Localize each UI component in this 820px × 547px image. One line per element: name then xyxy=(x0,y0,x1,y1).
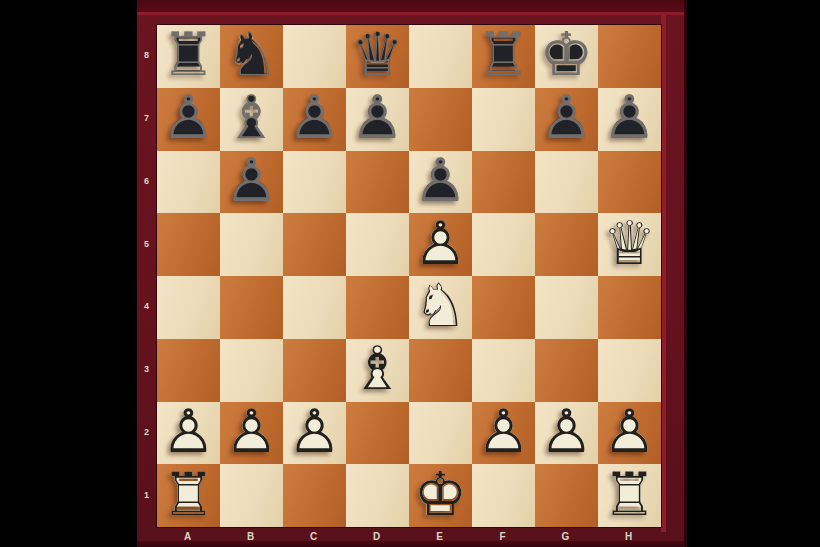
rank-label-3: 3 xyxy=(137,338,156,401)
square-d2[interactable] xyxy=(346,402,409,465)
white-king-outline: ♔ xyxy=(409,462,472,525)
square-e5[interactable]: ♟♙ xyxy=(409,213,472,276)
square-g6[interactable] xyxy=(535,151,598,214)
square-d5[interactable] xyxy=(346,213,409,276)
square-a8[interactable]: ♜♖ xyxy=(157,25,220,88)
white-pawn-b2[interactable]: ♟♙ xyxy=(220,402,283,465)
white-pawn-a2[interactable]: ♟♙ xyxy=(157,402,220,465)
black-king-g8[interactable]: ♚♔ xyxy=(535,25,598,88)
square-e3[interactable] xyxy=(409,339,472,402)
rank-label-2: 2 xyxy=(137,401,156,464)
black-pawn-a7[interactable]: ♟♙ xyxy=(157,88,220,151)
square-c4[interactable] xyxy=(283,276,346,339)
black-pawn-outline: ♙ xyxy=(283,86,346,149)
square-b8[interactable]: ♞♘ xyxy=(220,25,283,88)
square-g7[interactable]: ♟♙ xyxy=(535,88,598,151)
square-b6[interactable]: ♟♙ xyxy=(220,151,283,214)
square-d3[interactable]: ♝♗ xyxy=(346,339,409,402)
black-knight-b8[interactable]: ♞♘ xyxy=(220,25,283,88)
square-h4[interactable] xyxy=(598,276,661,339)
white-pawn-outline: ♙ xyxy=(157,400,220,463)
square-f6[interactable] xyxy=(472,151,535,214)
square-a6[interactable] xyxy=(157,151,220,214)
square-b1[interactable] xyxy=(220,464,283,527)
black-pawn-e6[interactable]: ♟♙ xyxy=(409,151,472,214)
black-rook-outline: ♖ xyxy=(472,23,535,86)
square-a5[interactable] xyxy=(157,213,220,276)
rank-label-4: 4 xyxy=(137,275,156,338)
square-b4[interactable] xyxy=(220,276,283,339)
white-bishop-outline: ♗ xyxy=(346,337,409,400)
frame-top-strip xyxy=(137,0,687,12)
black-pawn-b6[interactable]: ♟♙ xyxy=(220,151,283,214)
square-e4[interactable]: ♞♘ xyxy=(409,276,472,339)
square-b5[interactable] xyxy=(220,213,283,276)
square-a7[interactable]: ♟♙ xyxy=(157,88,220,151)
white-pawn-outline: ♙ xyxy=(283,400,346,463)
square-f8[interactable]: ♜♖ xyxy=(472,25,535,88)
square-g1[interactable] xyxy=(535,464,598,527)
square-d8[interactable]: ♛♕ xyxy=(346,25,409,88)
black-queen-d8[interactable]: ♛♕ xyxy=(346,25,409,88)
white-pawn-outline: ♙ xyxy=(220,400,283,463)
black-pawn-outline: ♙ xyxy=(409,149,472,212)
square-h7[interactable]: ♟♙ xyxy=(598,88,661,151)
white-queen-outline: ♕ xyxy=(598,211,661,274)
square-a2[interactable]: ♟♙ xyxy=(157,402,220,465)
white-pawn-g2[interactable]: ♟♙ xyxy=(535,402,598,465)
square-g8[interactable]: ♚♔ xyxy=(535,25,598,88)
black-bishop-outline: ♗ xyxy=(220,86,283,149)
black-pawn-c7[interactable]: ♟♙ xyxy=(283,88,346,151)
white-pawn-h2[interactable]: ♟♙ xyxy=(598,402,661,465)
frame-bottom-shadow xyxy=(137,541,687,547)
square-e2[interactable] xyxy=(409,402,472,465)
white-pawn-f2[interactable]: ♟♙ xyxy=(472,402,535,465)
frame-bevel-top xyxy=(137,12,687,15)
square-h1[interactable]: ♜♖ xyxy=(598,464,661,527)
black-king-outline: ♔ xyxy=(535,23,598,86)
rank-label-7: 7 xyxy=(137,87,156,150)
white-rook-a1[interactable]: ♜♖ xyxy=(157,464,220,527)
square-f1[interactable] xyxy=(472,464,535,527)
black-pawn-outline: ♙ xyxy=(346,86,409,149)
white-knight-e4[interactable]: ♞♘ xyxy=(409,276,472,339)
black-pawn-g7[interactable]: ♟♙ xyxy=(535,88,598,151)
square-g2[interactable]: ♟♙ xyxy=(535,402,598,465)
square-a4[interactable] xyxy=(157,276,220,339)
square-h6[interactable] xyxy=(598,151,661,214)
square-e8[interactable] xyxy=(409,25,472,88)
square-h3[interactable] xyxy=(598,339,661,402)
square-d4[interactable] xyxy=(346,276,409,339)
rank-label-1: 1 xyxy=(137,463,156,526)
black-rook-f8[interactable]: ♜♖ xyxy=(472,25,535,88)
chessboard-frame: ♜♖♞♘♛♕♜♖♚♔♟♙♝♗♟♙♟♙♟♙♟♙♟♙♟♙♟♙♛♕♞♘♝♗♟♙♟♙♟♙… xyxy=(137,0,687,547)
square-c6[interactable] xyxy=(283,151,346,214)
square-f2[interactable]: ♟♙ xyxy=(472,402,535,465)
white-rook-h1[interactable]: ♜♖ xyxy=(598,464,661,527)
white-pawn-outline: ♙ xyxy=(409,211,472,274)
black-pawn-h7[interactable]: ♟♙ xyxy=(598,88,661,151)
white-rook-outline: ♖ xyxy=(598,462,661,525)
square-d6[interactable] xyxy=(346,151,409,214)
square-h2[interactable]: ♟♙ xyxy=(598,402,661,465)
black-queen-outline: ♕ xyxy=(346,23,409,86)
white-pawn-outline: ♙ xyxy=(598,400,661,463)
square-g3[interactable] xyxy=(535,339,598,402)
white-pawn-outline: ♙ xyxy=(472,400,535,463)
square-b7[interactable]: ♝♗ xyxy=(220,88,283,151)
video-letterbox-background: { "game": "chess", "position": { "fen": … xyxy=(0,0,820,547)
black-knight-outline: ♘ xyxy=(220,23,283,86)
square-f5[interactable] xyxy=(472,213,535,276)
square-g4[interactable] xyxy=(535,276,598,339)
square-g5[interactable] xyxy=(535,213,598,276)
rank-label-8: 8 xyxy=(137,24,156,87)
square-d7[interactable]: ♟♙ xyxy=(346,88,409,151)
rank-label-5: 5 xyxy=(137,212,156,275)
square-h5[interactable]: ♛♕ xyxy=(598,213,661,276)
frame-right-edge xyxy=(684,0,687,547)
square-c3[interactable] xyxy=(283,339,346,402)
square-c1[interactable] xyxy=(283,464,346,527)
chess-board: ♜♖♞♘♛♕♜♖♚♔♟♙♝♗♟♙♟♙♟♙♟♙♟♙♟♙♟♙♛♕♞♘♝♗♟♙♟♙♟♙… xyxy=(156,24,662,528)
white-queen-h5[interactable]: ♛♕ xyxy=(598,213,661,276)
square-c7[interactable]: ♟♙ xyxy=(283,88,346,151)
square-b2[interactable]: ♟♙ xyxy=(220,402,283,465)
square-e6[interactable]: ♟♙ xyxy=(409,151,472,214)
white-pawn-outline: ♙ xyxy=(535,400,598,463)
square-c8[interactable] xyxy=(283,25,346,88)
square-c5[interactable] xyxy=(283,213,346,276)
square-c2[interactable]: ♟♙ xyxy=(283,402,346,465)
white-king-e1[interactable]: ♚♔ xyxy=(409,464,472,527)
black-pawn-outline: ♙ xyxy=(535,86,598,149)
black-bishop-b7[interactable]: ♝♗ xyxy=(220,88,283,151)
square-a1[interactable]: ♜♖ xyxy=(157,464,220,527)
black-pawn-outline: ♙ xyxy=(220,149,283,212)
black-pawn-outline: ♙ xyxy=(157,86,220,149)
white-knight-outline: ♘ xyxy=(409,274,472,337)
black-rook-outline: ♖ xyxy=(157,23,220,86)
square-h8[interactable] xyxy=(598,25,661,88)
square-e1[interactable]: ♚♔ xyxy=(409,464,472,527)
white-rook-outline: ♖ xyxy=(157,462,220,525)
black-pawn-d7[interactable]: ♟♙ xyxy=(346,88,409,151)
square-a3[interactable] xyxy=(157,339,220,402)
square-f7[interactable] xyxy=(472,88,535,151)
square-f3[interactable] xyxy=(472,339,535,402)
square-f4[interactable] xyxy=(472,276,535,339)
white-bishop-d3[interactable]: ♝♗ xyxy=(346,339,409,402)
rank-label-6: 6 xyxy=(137,150,156,213)
white-pawn-c2[interactable]: ♟♙ xyxy=(283,402,346,465)
square-d1[interactable] xyxy=(346,464,409,527)
black-pawn-outline: ♙ xyxy=(598,86,661,149)
white-pawn-e5[interactable]: ♟♙ xyxy=(409,213,472,276)
black-rook-a8[interactable]: ♜♖ xyxy=(157,25,220,88)
square-b3[interactable] xyxy=(220,339,283,402)
square-e7[interactable] xyxy=(409,88,472,151)
